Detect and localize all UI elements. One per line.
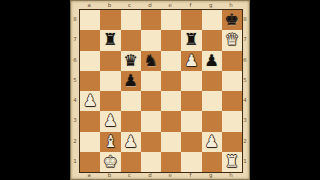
square-b8 [100, 10, 120, 30]
black-rook-f7: ♜ [181, 30, 201, 50]
square-h3 [222, 111, 242, 131]
square-h1: ♜ [222, 152, 242, 172]
square-g8 [202, 10, 222, 30]
file-label-c: c [120, 1, 140, 9]
white-pawn-f6: ♟ [181, 51, 201, 71]
square-g4 [202, 91, 222, 111]
square-c2: ♟ [121, 132, 141, 152]
square-c1 [121, 152, 141, 172]
square-a2 [80, 132, 100, 152]
board-grid: ♚♜♜♛♛♞♟♟♟♟♟♝♟♟♚♜ [79, 9, 243, 173]
square-g6: ♟ [202, 51, 222, 71]
file-label-a: a [79, 1, 99, 9]
square-e4 [161, 91, 181, 111]
rank-label-7: 7 [71, 29, 79, 49]
white-pawn-b3: ♟ [100, 111, 120, 131]
black-pawn-c5: ♟ [121, 71, 141, 91]
square-h2 [222, 132, 242, 152]
square-g5 [202, 71, 222, 91]
file-label-b: b [99, 1, 119, 9]
file-label-d: d [140, 1, 160, 9]
square-f7: ♜ [181, 30, 201, 50]
rank-label-8: 8 [71, 9, 79, 29]
white-pawn-a4: ♟ [80, 91, 100, 111]
square-d3 [141, 111, 161, 131]
white-rook-h1: ♜ [222, 152, 242, 172]
file-labels-top: abcdefgh [79, 1, 241, 9]
black-king-h8: ♚ [222, 10, 242, 30]
rank-label-2: 2 [71, 131, 79, 151]
black-pawn-g6: ♟ [202, 51, 222, 71]
square-d2 [141, 132, 161, 152]
square-f5 [181, 71, 201, 91]
file-label-f: f [180, 1, 200, 9]
rank-label-5: 5 [71, 70, 79, 90]
video-frame: abcdefgh abcdefgh 87654321 87654321 ♚♜♜♛… [0, 0, 320, 180]
square-a5 [80, 71, 100, 91]
square-h5 [222, 71, 242, 91]
square-b5 [100, 71, 120, 91]
square-a7 [80, 30, 100, 50]
square-e2 [161, 132, 181, 152]
square-a3 [80, 111, 100, 131]
file-label-g: g [201, 1, 221, 9]
square-b3: ♟ [100, 111, 120, 131]
square-a1 [80, 152, 100, 172]
square-e3 [161, 111, 181, 131]
rank-label-4: 4 [71, 90, 79, 110]
rank-label-1: 1 [71, 151, 79, 171]
black-rook-b7: ♜ [100, 30, 120, 50]
square-b2: ♝ [100, 132, 120, 152]
square-c3 [121, 111, 141, 131]
rank-label-6: 6 [71, 50, 79, 70]
square-d6: ♞ [141, 51, 161, 71]
square-d8 [141, 10, 161, 30]
white-pawn-g2: ♟ [202, 132, 222, 152]
square-c5: ♟ [121, 71, 141, 91]
rank-labels-left: 87654321 [71, 9, 79, 171]
white-king-b1: ♚ [100, 152, 120, 172]
white-queen-h7: ♛ [222, 30, 242, 50]
file-label-h: h [221, 1, 241, 9]
square-e8 [161, 10, 181, 30]
square-b4 [100, 91, 120, 111]
square-e6 [161, 51, 181, 71]
square-e7 [161, 30, 181, 50]
square-c8 [121, 10, 141, 30]
square-c7 [121, 30, 141, 50]
square-g3 [202, 111, 222, 131]
square-g1 [202, 152, 222, 172]
square-c6: ♛ [121, 51, 141, 71]
file-label-e: e [160, 1, 180, 9]
rank-label-3: 3 [71, 110, 79, 130]
black-knight-d6: ♞ [141, 51, 161, 71]
square-a6 [80, 51, 100, 71]
square-h6 [222, 51, 242, 71]
square-a8 [80, 10, 100, 30]
square-d5 [141, 71, 161, 91]
square-e1 [161, 152, 181, 172]
square-h4 [222, 91, 242, 111]
square-g7 [202, 30, 222, 50]
square-e5 [161, 71, 181, 91]
square-b6 [100, 51, 120, 71]
square-h7: ♛ [222, 30, 242, 50]
square-f3 [181, 111, 201, 131]
square-d7 [141, 30, 161, 50]
square-d4 [141, 91, 161, 111]
square-d1 [141, 152, 161, 172]
square-a4: ♟ [80, 91, 100, 111]
square-h8: ♚ [222, 10, 242, 30]
square-b7: ♜ [100, 30, 120, 50]
white-pawn-c2: ♟ [121, 132, 141, 152]
square-f2 [181, 132, 201, 152]
square-f8 [181, 10, 201, 30]
square-g2: ♟ [202, 132, 222, 152]
square-f6: ♟ [181, 51, 201, 71]
square-c4 [121, 91, 141, 111]
square-b1: ♚ [100, 152, 120, 172]
square-f4 [181, 91, 201, 111]
chess-board: abcdefgh abcdefgh 87654321 87654321 ♚♜♜♛… [70, 0, 250, 180]
white-bishop-b2: ♝ [100, 132, 120, 152]
square-f1 [181, 152, 201, 172]
black-queen-c6: ♛ [121, 51, 141, 71]
